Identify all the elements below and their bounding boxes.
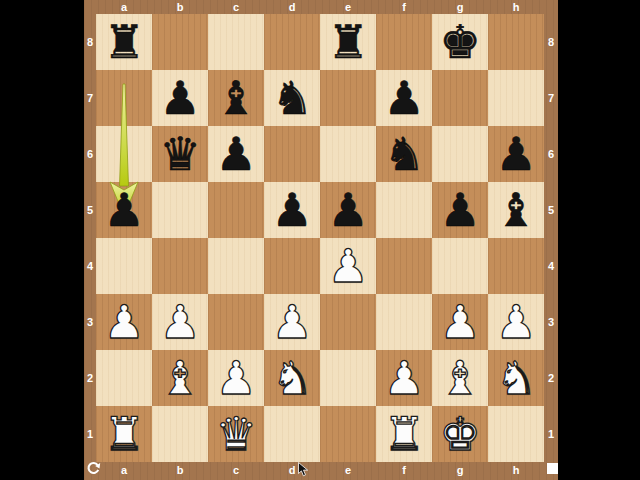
square-c6[interactable]: ♟ [208, 126, 264, 182]
file-label-bottom-g: g [432, 464, 488, 476]
square-b6[interactable]: ♛ [152, 126, 208, 182]
square-g7[interactable] [432, 70, 488, 126]
square-d8[interactable] [264, 14, 320, 70]
square-h5[interactable]: ♝ [488, 182, 544, 238]
square-g3[interactable]: ♟ [432, 294, 488, 350]
rank-label-left-4: 4 [84, 238, 96, 294]
square-h2[interactable]: ♞ [488, 350, 544, 406]
white-pawn-f2[interactable]: ♟ [376, 350, 432, 406]
file-label-bottom-b: b [152, 464, 208, 476]
square-h7[interactable] [488, 70, 544, 126]
square-a6[interactable] [96, 126, 152, 182]
rank-label-left-3: 3 [84, 294, 96, 350]
square-c1[interactable]: ♛ [208, 406, 264, 462]
square-g1[interactable]: ♚ [432, 406, 488, 462]
rank-label-left-7: 7 [84, 70, 96, 126]
black-pawn-b7[interactable]: ♟ [152, 70, 208, 126]
square-g4[interactable] [432, 238, 488, 294]
square-b1[interactable] [152, 406, 208, 462]
square-e1[interactable] [320, 406, 376, 462]
square-a4[interactable] [96, 238, 152, 294]
black-king-g8[interactable]: ♚ [432, 14, 488, 70]
white-bishop-g2[interactable]: ♝ [432, 350, 488, 406]
rank-label-right-7: 7 [544, 70, 558, 126]
square-g5[interactable]: ♟ [432, 182, 488, 238]
rank-label-left-8: 8 [84, 14, 96, 70]
file-label-top-f: f [376, 1, 432, 13]
rank-label-right-5: 5 [544, 182, 558, 238]
white-pawn-c2[interactable]: ♟ [208, 350, 264, 406]
black-pawn-g5[interactable]: ♟ [432, 182, 488, 238]
black-rook-e8[interactable]: ♜ [320, 14, 376, 70]
black-bishop-c7[interactable]: ♝ [208, 70, 264, 126]
square-d2[interactable]: ♞ [264, 350, 320, 406]
square-e4[interactable]: ♟ [320, 238, 376, 294]
square-f4[interactable] [376, 238, 432, 294]
square-e2[interactable] [320, 350, 376, 406]
square-e5[interactable]: ♟ [320, 182, 376, 238]
white-rook-f1[interactable]: ♜ [376, 406, 432, 462]
square-h3[interactable]: ♟ [488, 294, 544, 350]
square-a7[interactable] [96, 70, 152, 126]
square-c2[interactable]: ♟ [208, 350, 264, 406]
square-g6[interactable] [432, 126, 488, 182]
square-c8[interactable] [208, 14, 264, 70]
black-knight-d7[interactable]: ♞ [264, 70, 320, 126]
rank-label-right-3: 3 [544, 294, 558, 350]
square-e8[interactable]: ♜ [320, 14, 376, 70]
rank-label-left-1: 1 [84, 406, 96, 462]
square-d7[interactable]: ♞ [264, 70, 320, 126]
black-queen-b6[interactable]: ♛ [152, 126, 208, 182]
square-c7[interactable]: ♝ [208, 70, 264, 126]
square-f1[interactable]: ♜ [376, 406, 432, 462]
white-rook-a1[interactable]: ♜ [96, 406, 152, 462]
white-knight-h2[interactable]: ♞ [488, 350, 544, 406]
square-f2[interactable]: ♟ [376, 350, 432, 406]
square-f8[interactable] [376, 14, 432, 70]
white-pawn-d3[interactable]: ♟ [264, 294, 320, 350]
file-label-top-a: a [96, 1, 152, 13]
white-pawn-e4[interactable]: ♟ [320, 238, 376, 294]
white-pawn-b3[interactable]: ♟ [152, 294, 208, 350]
black-pawn-f7[interactable]: ♟ [376, 70, 432, 126]
square-a2[interactable] [96, 350, 152, 406]
black-knight-f6[interactable]: ♞ [376, 126, 432, 182]
white-pawn-a3[interactable]: ♟ [96, 294, 152, 350]
square-g2[interactable]: ♝ [432, 350, 488, 406]
square-a5[interactable]: ♟ [96, 182, 152, 238]
square-a3[interactable]: ♟ [96, 294, 152, 350]
black-pawn-e5[interactable]: ♟ [320, 182, 376, 238]
square-e3[interactable] [320, 294, 376, 350]
rank-label-right-6: 6 [544, 126, 558, 182]
black-pawn-d5[interactable]: ♟ [264, 182, 320, 238]
square-d1[interactable] [264, 406, 320, 462]
square-e7[interactable] [320, 70, 376, 126]
white-pawn-g3[interactable]: ♟ [432, 294, 488, 350]
square-h6[interactable]: ♟ [488, 126, 544, 182]
black-pawn-a5[interactable]: ♟ [96, 182, 152, 238]
file-label-top-b: b [152, 1, 208, 13]
board-squares: ♜♜♚♟♝♞♟♛♟♞♟♟♟♟♟♝♟♟♟♟♟♟♝♟♞♟♝♞♜♛♜♚ [96, 14, 544, 462]
rank-label-right-2: 2 [544, 350, 558, 406]
square-a1[interactable]: ♜ [96, 406, 152, 462]
square-d3[interactable]: ♟ [264, 294, 320, 350]
file-label-bottom-a: a [96, 464, 152, 476]
square-h1[interactable] [488, 406, 544, 462]
black-bishop-h5[interactable]: ♝ [488, 182, 544, 238]
white-king-g1[interactable]: ♚ [432, 406, 488, 462]
square-c3[interactable] [208, 294, 264, 350]
black-pawn-h6[interactable]: ♟ [488, 126, 544, 182]
square-h8[interactable] [488, 14, 544, 70]
square-b8[interactable] [152, 14, 208, 70]
square-e6[interactable] [320, 126, 376, 182]
file-label-bottom-c: c [208, 464, 264, 476]
white-queen-c1[interactable]: ♛ [208, 406, 264, 462]
file-label-bottom-d: d [264, 464, 320, 476]
rank-label-right-8: 8 [544, 14, 558, 70]
file-label-bottom-f: f [376, 464, 432, 476]
black-rook-a8[interactable]: ♜ [96, 14, 152, 70]
square-a8[interactable]: ♜ [96, 14, 152, 70]
square-b4[interactable] [152, 238, 208, 294]
square-f5[interactable] [376, 182, 432, 238]
square-d6[interactable] [264, 126, 320, 182]
white-bishop-b2[interactable]: ♝ [152, 350, 208, 406]
file-label-top-g: g [432, 1, 488, 13]
white-knight-d2[interactable]: ♞ [264, 350, 320, 406]
rank-label-left-5: 5 [84, 182, 96, 238]
stop-icon[interactable] [547, 463, 558, 474]
file-label-top-e: e [320, 1, 376, 13]
square-h4[interactable] [488, 238, 544, 294]
rank-label-left-6: 6 [84, 126, 96, 182]
square-b3[interactable]: ♟ [152, 294, 208, 350]
square-b5[interactable] [152, 182, 208, 238]
flip-board-icon[interactable] [85, 461, 101, 477]
file-label-bottom-h: h [488, 464, 544, 476]
square-f7[interactable]: ♟ [376, 70, 432, 126]
square-f3[interactable] [376, 294, 432, 350]
square-b2[interactable]: ♝ [152, 350, 208, 406]
square-c5[interactable] [208, 182, 264, 238]
square-g8[interactable]: ♚ [432, 14, 488, 70]
rank-label-right-4: 4 [544, 238, 558, 294]
black-pawn-c6[interactable]: ♟ [208, 126, 264, 182]
square-c4[interactable] [208, 238, 264, 294]
chess-board: ♜♜♚♟♝♞♟♛♟♞♟♟♟♟♟♝♟♟♟♟♟♟♝♟♞♟♝♞♜♛♜♚ aabbccd… [84, 0, 558, 480]
rank-label-left-2: 2 [84, 350, 96, 406]
file-label-top-c: c [208, 1, 264, 13]
rank-label-right-1: 1 [544, 406, 558, 462]
file-label-bottom-e: e [320, 464, 376, 476]
file-label-top-d: d [264, 1, 320, 13]
square-d5[interactable]: ♟ [264, 182, 320, 238]
square-b7[interactable]: ♟ [152, 70, 208, 126]
square-d4[interactable] [264, 238, 320, 294]
white-pawn-h3[interactable]: ♟ [488, 294, 544, 350]
square-f6[interactable]: ♞ [376, 126, 432, 182]
file-label-top-h: h [488, 1, 544, 13]
